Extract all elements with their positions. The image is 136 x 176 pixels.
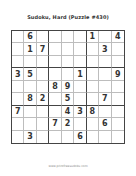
cell-r5c8 xyxy=(99,81,111,93)
cell-r9c2: 3 xyxy=(24,131,36,143)
cell-r9c7 xyxy=(87,131,99,143)
cell-r1c4 xyxy=(49,31,61,43)
cell-r3c7 xyxy=(87,56,99,68)
cell-r5c6 xyxy=(74,81,86,93)
cell-r3c3 xyxy=(37,56,49,68)
cell-r8c1 xyxy=(12,118,24,130)
cell-r6c6 xyxy=(74,93,86,105)
footer-url: www.printfreesudoku.com xyxy=(0,164,136,168)
cell-r8c2 xyxy=(24,118,36,130)
cell-r4c2: 5 xyxy=(24,68,36,80)
cell-r3c8 xyxy=(99,56,111,68)
cell-r7c6: 3 xyxy=(74,106,86,118)
cell-r1c3 xyxy=(37,31,49,43)
cell-r8c4: 7 xyxy=(49,118,61,130)
cell-r7c8 xyxy=(99,106,111,118)
cell-r8c8: 6 xyxy=(99,118,111,130)
cell-r3c4 xyxy=(49,56,61,68)
cell-r6c8: 7 xyxy=(99,93,111,105)
cell-r8c6 xyxy=(74,118,86,130)
cell-r2c3: 7 xyxy=(37,43,49,55)
cell-r5c5: 9 xyxy=(62,81,74,93)
cell-r4c1: 3 xyxy=(12,68,24,80)
cell-r7c5: 4 xyxy=(62,106,74,118)
cell-r2c8: 3 xyxy=(99,43,111,55)
cell-r9c6: 6 xyxy=(74,131,86,143)
cell-r8c9 xyxy=(112,118,124,130)
cell-r3c5 xyxy=(62,56,74,68)
cell-r7c4 xyxy=(49,106,61,118)
cell-r5c2 xyxy=(24,81,36,93)
cell-r6c4 xyxy=(49,93,61,105)
cell-r4c9: 9 xyxy=(112,68,124,80)
cell-r3c1 xyxy=(12,56,24,68)
cell-r2c2: 1 xyxy=(24,43,36,55)
cell-r7c1: 7 xyxy=(12,106,24,118)
cell-r5c1 xyxy=(12,81,24,93)
cell-r3c2 xyxy=(24,56,36,68)
cell-r5c9 xyxy=(112,81,124,93)
cell-r9c3 xyxy=(37,131,49,143)
cell-r2c5 xyxy=(62,43,74,55)
cell-r1c8 xyxy=(99,31,111,43)
cell-r1c9: 4 xyxy=(112,31,124,43)
cell-r4c5 xyxy=(62,68,74,80)
cell-r6c5: 5 xyxy=(62,93,74,105)
cell-r9c8 xyxy=(99,131,111,143)
cell-r1c2: 6 xyxy=(24,31,36,43)
cell-r9c5 xyxy=(62,131,74,143)
cell-r5c7 xyxy=(87,81,99,93)
cell-r1c5 xyxy=(62,31,74,43)
cell-r7c3 xyxy=(37,106,49,118)
cell-r8c7 xyxy=(87,118,99,130)
cell-r9c1 xyxy=(12,131,24,143)
page-title: Sudoku, Hard (Puzzle #430) xyxy=(0,0,136,20)
cell-r4c8 xyxy=(99,68,111,80)
cell-r1c6 xyxy=(74,31,86,43)
cell-r7c9 xyxy=(112,106,124,118)
cell-r6c7 xyxy=(87,93,99,105)
cell-r6c3: 2 xyxy=(37,93,49,105)
cell-r6c2: 8 xyxy=(24,93,36,105)
cell-r5c4: 8 xyxy=(49,81,61,93)
cell-r3c6 xyxy=(74,56,86,68)
cell-r2c6 xyxy=(74,43,86,55)
cell-r9c9 xyxy=(112,131,124,143)
cell-r2c7 xyxy=(87,43,99,55)
cell-r8c3 xyxy=(37,118,49,130)
cell-r2c4 xyxy=(49,43,61,55)
cell-r6c1 xyxy=(12,93,24,105)
sudoku-grid: 6141733519898257743872636 xyxy=(11,30,125,144)
cell-r1c1 xyxy=(12,31,24,43)
cell-r6c9 xyxy=(112,93,124,105)
cell-r4c6: 1 xyxy=(74,68,86,80)
sudoku-page: Sudoku, Hard (Puzzle #430) 6141733519898… xyxy=(0,0,136,168)
cell-r2c1 xyxy=(12,43,24,55)
cell-r5c3 xyxy=(37,81,49,93)
cell-r7c2 xyxy=(24,106,36,118)
cell-r2c9 xyxy=(112,43,124,55)
cell-r8c5: 2 xyxy=(62,118,74,130)
cell-r4c3 xyxy=(37,68,49,80)
cell-r1c7: 1 xyxy=(87,31,99,43)
cell-r4c7 xyxy=(87,68,99,80)
cell-r9c4 xyxy=(49,131,61,143)
cell-r4c4 xyxy=(49,68,61,80)
cell-r7c7: 8 xyxy=(87,106,99,118)
cell-r3c9 xyxy=(112,56,124,68)
